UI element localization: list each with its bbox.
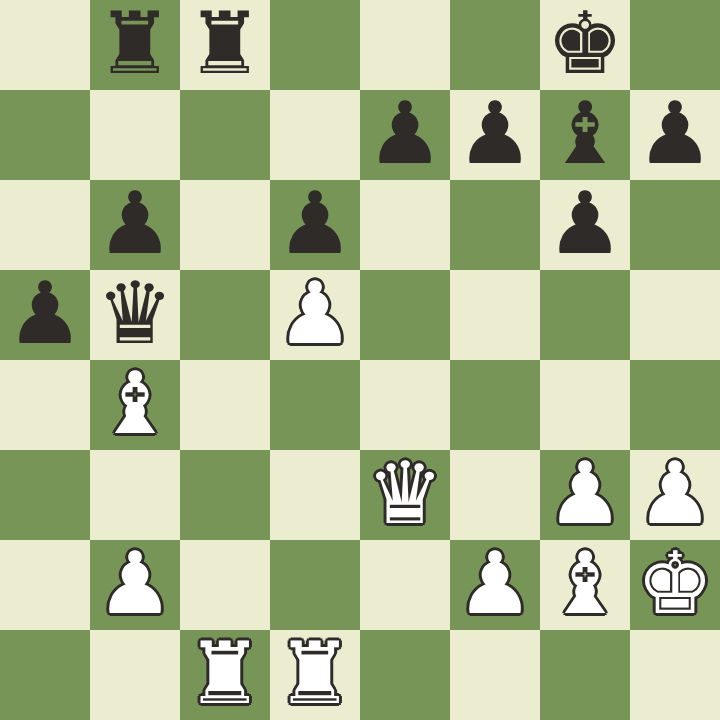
square-c8[interactable]: ♜ — [180, 0, 270, 90]
square-b8[interactable]: ♜ — [90, 0, 180, 90]
square-h5[interactable] — [630, 270, 720, 360]
chess-board: ♜♜♚♟♟♝♟♟♟♟♟♛♟♝♛♟♟♟♟♝♚♜♜ — [0, 0, 720, 720]
square-e3[interactable]: ♛ — [360, 450, 450, 540]
square-f3[interactable] — [450, 450, 540, 540]
square-c3[interactable] — [180, 450, 270, 540]
square-a2[interactable] — [0, 540, 90, 630]
piece-black-pawn[interactable]: ♟ — [96, 178, 173, 268]
piece-white-bishop[interactable]: ♝ — [546, 538, 623, 628]
square-b5[interactable]: ♛ — [90, 270, 180, 360]
square-a6[interactable] — [0, 180, 90, 270]
square-a8[interactable] — [0, 0, 90, 90]
square-d8[interactable] — [270, 0, 360, 90]
square-d6[interactable]: ♟ — [270, 180, 360, 270]
piece-white-pawn[interactable]: ♟ — [546, 448, 623, 538]
piece-black-pawn[interactable]: ♟ — [6, 268, 83, 358]
square-g5[interactable] — [540, 270, 630, 360]
piece-white-pawn[interactable]: ♟ — [276, 268, 353, 358]
square-f1[interactable] — [450, 630, 540, 720]
piece-black-pawn[interactable]: ♟ — [366, 88, 443, 178]
square-g2[interactable]: ♝ — [540, 540, 630, 630]
square-e8[interactable] — [360, 0, 450, 90]
piece-black-pawn[interactable]: ♟ — [636, 88, 713, 178]
piece-white-queen[interactable]: ♛ — [366, 448, 443, 538]
square-b7[interactable] — [90, 90, 180, 180]
piece-white-bishop[interactable]: ♝ — [96, 358, 173, 448]
square-b4[interactable]: ♝ — [90, 360, 180, 450]
square-d7[interactable] — [270, 90, 360, 180]
square-f5[interactable] — [450, 270, 540, 360]
piece-white-rook[interactable]: ♜ — [276, 628, 353, 718]
square-h1[interactable] — [630, 630, 720, 720]
piece-black-queen[interactable]: ♛ — [96, 268, 173, 358]
piece-black-bishop[interactable]: ♝ — [546, 88, 623, 178]
square-d4[interactable] — [270, 360, 360, 450]
square-h3[interactable]: ♟ — [630, 450, 720, 540]
square-d3[interactable] — [270, 450, 360, 540]
square-h2[interactable]: ♚ — [630, 540, 720, 630]
square-f7[interactable]: ♟ — [450, 90, 540, 180]
square-f6[interactable] — [450, 180, 540, 270]
square-c7[interactable] — [180, 90, 270, 180]
square-g8[interactable]: ♚ — [540, 0, 630, 90]
square-a3[interactable] — [0, 450, 90, 540]
square-c2[interactable] — [180, 540, 270, 630]
square-e1[interactable] — [360, 630, 450, 720]
piece-white-pawn[interactable]: ♟ — [636, 448, 713, 538]
square-c5[interactable] — [180, 270, 270, 360]
square-a5[interactable]: ♟ — [0, 270, 90, 360]
square-e2[interactable] — [360, 540, 450, 630]
piece-white-rook[interactable]: ♜ — [186, 628, 263, 718]
square-h4[interactable] — [630, 360, 720, 450]
piece-black-rook[interactable]: ♜ — [96, 0, 173, 88]
square-d1[interactable]: ♜ — [270, 630, 360, 720]
square-h8[interactable] — [630, 0, 720, 90]
piece-white-pawn[interactable]: ♟ — [96, 538, 173, 628]
square-g7[interactable]: ♝ — [540, 90, 630, 180]
square-f2[interactable]: ♟ — [450, 540, 540, 630]
square-b2[interactable]: ♟ — [90, 540, 180, 630]
square-g1[interactable] — [540, 630, 630, 720]
square-d2[interactable] — [270, 540, 360, 630]
piece-black-pawn[interactable]: ♟ — [546, 178, 623, 268]
square-b1[interactable] — [90, 630, 180, 720]
piece-white-pawn[interactable]: ♟ — [456, 538, 533, 628]
square-g3[interactable]: ♟ — [540, 450, 630, 540]
square-b3[interactable] — [90, 450, 180, 540]
square-e5[interactable] — [360, 270, 450, 360]
square-a7[interactable] — [0, 90, 90, 180]
piece-white-king[interactable]: ♚ — [636, 538, 713, 628]
square-a4[interactable] — [0, 360, 90, 450]
square-b6[interactable]: ♟ — [90, 180, 180, 270]
piece-black-rook[interactable]: ♜ — [186, 0, 263, 88]
square-h6[interactable] — [630, 180, 720, 270]
square-g4[interactable] — [540, 360, 630, 450]
piece-black-pawn[interactable]: ♟ — [276, 178, 353, 268]
piece-black-king[interactable]: ♚ — [546, 0, 623, 88]
square-c1[interactable]: ♜ — [180, 630, 270, 720]
square-g6[interactable]: ♟ — [540, 180, 630, 270]
square-e7[interactable]: ♟ — [360, 90, 450, 180]
square-d5[interactable]: ♟ — [270, 270, 360, 360]
square-e4[interactable] — [360, 360, 450, 450]
square-a1[interactable] — [0, 630, 90, 720]
square-c4[interactable] — [180, 360, 270, 450]
square-f8[interactable] — [450, 0, 540, 90]
square-h7[interactable]: ♟ — [630, 90, 720, 180]
square-c6[interactable] — [180, 180, 270, 270]
square-e6[interactable] — [360, 180, 450, 270]
square-f4[interactable] — [450, 360, 540, 450]
piece-black-pawn[interactable]: ♟ — [456, 88, 533, 178]
